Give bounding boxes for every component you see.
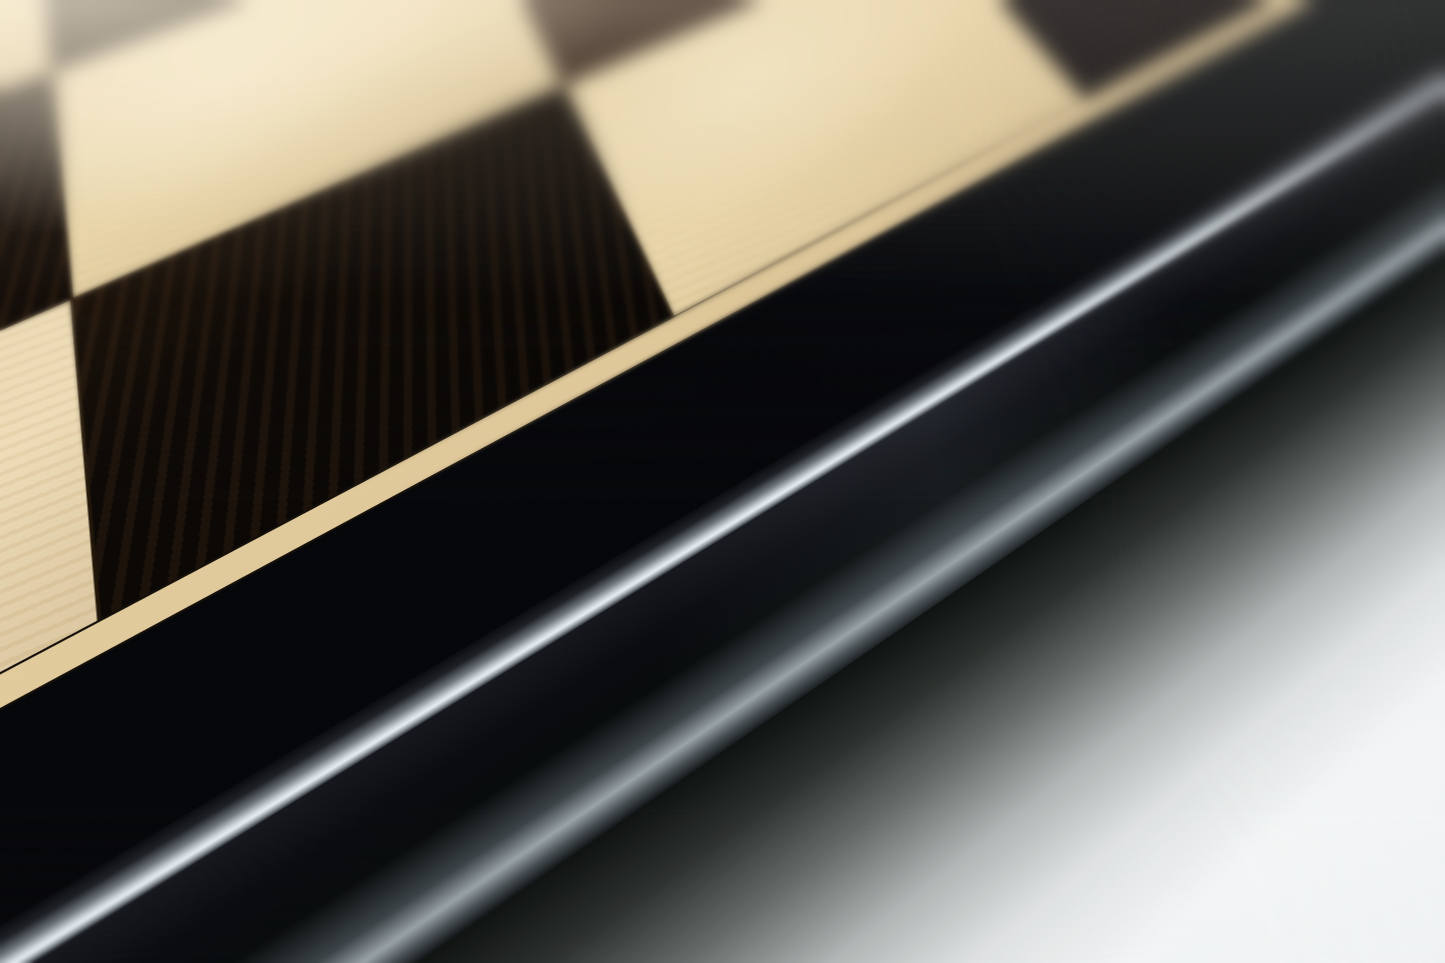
chessboard [0,0,1445,963]
photo-scene [0,0,1445,963]
